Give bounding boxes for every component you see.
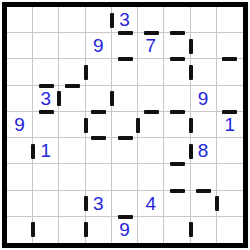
cell-r9-c1[interactable]	[7, 217, 33, 243]
cell-r7-c8[interactable]	[191, 164, 217, 190]
cell-r5-c6[interactable]	[138, 112, 164, 138]
cell-r4-c5[interactable]	[112, 86, 138, 112]
cell-r3-c3[interactable]	[59, 59, 85, 85]
cell-r6-c2-given-1[interactable]: 1	[33, 138, 59, 164]
cell-r7-c7[interactable]	[164, 164, 190, 190]
cell-r6-c1[interactable]	[7, 138, 33, 164]
cell-r8-c9[interactable]	[217, 191, 243, 217]
cell-r1-c9[interactable]	[217, 7, 243, 33]
cell-r4-c3[interactable]	[59, 86, 85, 112]
cell-r6-c8-given-8[interactable]: 8	[191, 138, 217, 164]
cell-r9-c9[interactable]	[217, 217, 243, 243]
cell-r2-c8[interactable]	[191, 33, 217, 59]
cell-r7-c9[interactable]	[217, 164, 243, 190]
cell-r4-c2-given-3[interactable]: 3	[33, 86, 59, 112]
cell-r8-c4-given-3[interactable]: 3	[86, 191, 112, 217]
cell-r3-c7[interactable]	[164, 59, 190, 85]
cell-r7-c1[interactable]	[7, 164, 33, 190]
cell-r1-c4[interactable]	[86, 7, 112, 33]
cell-r2-c3[interactable]	[59, 33, 85, 59]
cell-r5-c4[interactable]	[86, 112, 112, 138]
cell-r4-c4[interactable]	[86, 86, 112, 112]
cell-r7-c3[interactable]	[59, 164, 85, 190]
cell-r9-c7[interactable]	[164, 217, 190, 243]
cell-r9-c4[interactable]	[86, 217, 112, 243]
cell-r1-c1[interactable]	[7, 7, 33, 33]
cell-r5-c5[interactable]	[112, 112, 138, 138]
cell-r6-c3[interactable]	[59, 138, 85, 164]
cell-r2-c1[interactable]	[7, 33, 33, 59]
cell-r6-c7[interactable]	[164, 138, 190, 164]
cell-r3-c6[interactable]	[138, 59, 164, 85]
cell-r3-c8[interactable]	[191, 59, 217, 85]
cell-r3-c4[interactable]	[86, 59, 112, 85]
cell-r3-c9[interactable]	[217, 59, 243, 85]
cell-r1-c2[interactable]	[33, 7, 59, 33]
cell-r5-c7[interactable]	[164, 112, 190, 138]
cell-r8-c3[interactable]	[59, 191, 85, 217]
cell-r9-c8[interactable]	[191, 217, 217, 243]
cell-r9-c2[interactable]	[33, 217, 59, 243]
cell-r6-c9[interactable]	[217, 138, 243, 164]
cell-r7-c4[interactable]	[86, 164, 112, 190]
cell-r3-c2[interactable]	[33, 59, 59, 85]
cell-r2-c2[interactable]	[33, 33, 59, 59]
cell-r3-c1[interactable]	[7, 59, 33, 85]
cell-r5-c2[interactable]	[33, 112, 59, 138]
cell-r6-c4[interactable]	[86, 138, 112, 164]
puzzle-board-frame: 397399118349	[2, 2, 248, 248]
cell-r8-c8[interactable]	[191, 191, 217, 217]
cell-r9-c6[interactable]	[138, 217, 164, 243]
cell-r9-c3[interactable]	[59, 217, 85, 243]
cell-r1-c3[interactable]	[59, 7, 85, 33]
cell-r5-c3[interactable]	[59, 112, 85, 138]
cell-r4-c1[interactable]	[7, 86, 33, 112]
cell-r8-c5[interactable]	[112, 191, 138, 217]
cell-r8-c6-given-4[interactable]: 4	[138, 191, 164, 217]
cell-r2-c4-given-9[interactable]: 9	[86, 33, 112, 59]
cell-r4-c6[interactable]	[138, 86, 164, 112]
cell-r5-c9-given-1[interactable]: 1	[217, 112, 243, 138]
cell-r1-c8[interactable]	[191, 7, 217, 33]
cell-r2-c7[interactable]	[164, 33, 190, 59]
cell-r5-c1-given-9[interactable]: 9	[7, 112, 33, 138]
cell-r4-c9[interactable]	[217, 86, 243, 112]
cell-r4-c7[interactable]	[164, 86, 190, 112]
cell-r7-c5[interactable]	[112, 164, 138, 190]
cell-r8-c1[interactable]	[7, 191, 33, 217]
cell-r8-c7[interactable]	[164, 191, 190, 217]
cell-r1-c6[interactable]	[138, 7, 164, 33]
cell-r2-c6-given-7[interactable]: 7	[138, 33, 164, 59]
cell-r5-c8[interactable]	[191, 112, 217, 138]
cell-r8-c2[interactable]	[33, 191, 59, 217]
cell-r7-c6[interactable]	[138, 164, 164, 190]
cell-r2-c5[interactable]	[112, 33, 138, 59]
cell-r4-c8-given-9[interactable]: 9	[191, 86, 217, 112]
cell-r6-c6[interactable]	[138, 138, 164, 164]
cell-r1-c5-given-3[interactable]: 3	[112, 7, 138, 33]
puzzle-board[interactable]: 397399118349	[7, 7, 243, 243]
cell-r9-c5-given-9[interactable]: 9	[112, 217, 138, 243]
cell-r1-c7[interactable]	[164, 7, 190, 33]
cell-r7-c2[interactable]	[33, 164, 59, 190]
cell-r6-c5[interactable]	[112, 138, 138, 164]
cell-r3-c5[interactable]	[112, 59, 138, 85]
cell-r2-c9[interactable]	[217, 33, 243, 59]
